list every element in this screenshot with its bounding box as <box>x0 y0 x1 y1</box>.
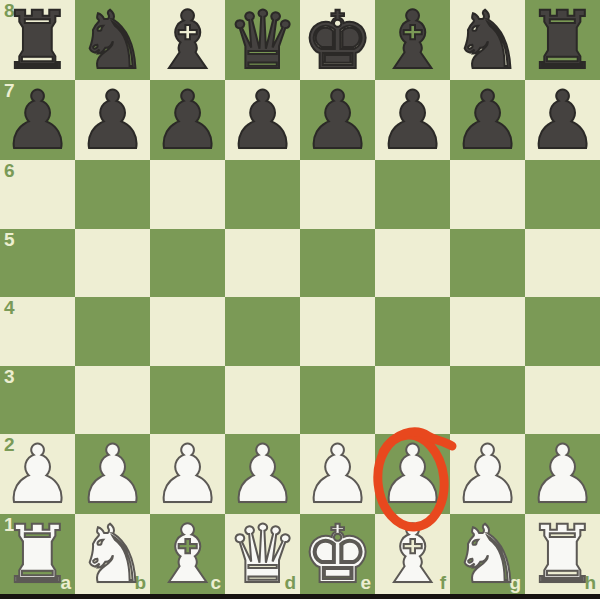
square-b6[interactable] <box>75 160 150 229</box>
square-g3[interactable] <box>450 366 525 435</box>
square-a2[interactable]: 2♟ <box>0 434 75 514</box>
black-knight-b8[interactable]: ♞ <box>77 1 149 81</box>
square-a1[interactable]: 1a♜ <box>0 514 75 594</box>
square-g5[interactable] <box>450 229 525 298</box>
square-h5[interactable] <box>525 229 600 298</box>
black-bishop-f8[interactable]: ♝ <box>377 1 449 81</box>
square-a5[interactable]: 5 <box>0 229 75 298</box>
white-king-e1[interactable]: ♚ <box>302 515 374 595</box>
square-f8[interactable]: ♝ <box>375 0 450 80</box>
square-h1[interactable]: h♜ <box>525 514 600 594</box>
square-b5[interactable] <box>75 229 150 298</box>
square-b4[interactable] <box>75 297 150 366</box>
square-e4[interactable] <box>300 297 375 366</box>
square-b7[interactable]: ♟ <box>75 80 150 160</box>
square-c8[interactable]: ♝ <box>150 0 225 80</box>
square-f5[interactable] <box>375 229 450 298</box>
square-e5[interactable] <box>300 229 375 298</box>
square-h3[interactable] <box>525 366 600 435</box>
square-d5[interactable] <box>225 229 300 298</box>
square-f3[interactable] <box>375 366 450 435</box>
white-queen-d1[interactable]: ♛ <box>227 515 299 595</box>
black-pawn-g7[interactable]: ♟ <box>452 81 524 161</box>
square-c7[interactable]: ♟ <box>150 80 225 160</box>
black-queen-d8[interactable]: ♛ <box>227 1 299 81</box>
white-pawn-d2[interactable]: ♟ <box>227 435 299 515</box>
black-rook-h8[interactable]: ♜ <box>527 1 599 81</box>
bottom-bar <box>0 594 600 599</box>
square-d6[interactable] <box>225 160 300 229</box>
square-d8[interactable]: ♛ <box>225 0 300 80</box>
black-pawn-h7[interactable]: ♟ <box>527 81 599 161</box>
square-e2[interactable]: ♟ <box>300 434 375 514</box>
white-pawn-h2[interactable]: ♟ <box>527 435 599 515</box>
square-e6[interactable] <box>300 160 375 229</box>
square-c3[interactable] <box>150 366 225 435</box>
square-g2[interactable]: ♟ <box>450 434 525 514</box>
black-pawn-f7[interactable]: ♟ <box>377 81 449 161</box>
black-pawn-c7[interactable]: ♟ <box>152 81 224 161</box>
black-pawn-e7[interactable]: ♟ <box>302 81 374 161</box>
square-g8[interactable]: ♞ <box>450 0 525 80</box>
square-f2[interactable]: ♟ <box>375 434 450 514</box>
square-e8[interactable]: ♚ <box>300 0 375 80</box>
square-e7[interactable]: ♟ <box>300 80 375 160</box>
square-f4[interactable] <box>375 297 450 366</box>
black-pawn-a7[interactable]: ♟ <box>2 81 74 161</box>
square-c5[interactable] <box>150 229 225 298</box>
square-b1[interactable]: b♞ <box>75 514 150 594</box>
square-g1[interactable]: g♞ <box>450 514 525 594</box>
square-h6[interactable] <box>525 160 600 229</box>
black-king-e8[interactable]: ♚ <box>302 1 374 81</box>
square-a7[interactable]: 7♟ <box>0 80 75 160</box>
white-rook-h1[interactable]: ♜ <box>527 515 599 595</box>
square-c2[interactable]: ♟ <box>150 434 225 514</box>
rank-label-3: 3 <box>4 367 15 386</box>
square-d1[interactable]: d♛ <box>225 514 300 594</box>
white-pawn-f2[interactable]: ♟ <box>377 435 449 515</box>
square-f7[interactable]: ♟ <box>375 80 450 160</box>
square-h7[interactable]: ♟ <box>525 80 600 160</box>
square-a8[interactable]: 8♜ <box>0 0 75 80</box>
white-pawn-c2[interactable]: ♟ <box>152 435 224 515</box>
white-rook-a1[interactable]: ♜ <box>2 515 74 595</box>
white-knight-g1[interactable]: ♞ <box>452 515 524 595</box>
square-d2[interactable]: ♟ <box>225 434 300 514</box>
square-h4[interactable] <box>525 297 600 366</box>
square-b2[interactable]: ♟ <box>75 434 150 514</box>
square-e3[interactable] <box>300 366 375 435</box>
square-h2[interactable]: ♟ <box>525 434 600 514</box>
black-pawn-b7[interactable]: ♟ <box>77 81 149 161</box>
black-knight-g8[interactable]: ♞ <box>452 1 524 81</box>
square-c4[interactable] <box>150 297 225 366</box>
square-g7[interactable]: ♟ <box>450 80 525 160</box>
black-pawn-d7[interactable]: ♟ <box>227 81 299 161</box>
square-a6[interactable]: 6 <box>0 160 75 229</box>
rank-label-6: 6 <box>4 161 15 180</box>
square-f1[interactable]: f♝ <box>375 514 450 594</box>
square-e1[interactable]: e♚ <box>300 514 375 594</box>
square-f6[interactable] <box>375 160 450 229</box>
white-knight-b1[interactable]: ♞ <box>77 515 149 595</box>
chess-board: 8♜♞♝♛♚♝♞♜7♟♟♟♟♟♟♟♟65432♟♟♟♟♟♟♟♟1a♜b♞c♝d♛… <box>0 0 600 594</box>
square-c6[interactable] <box>150 160 225 229</box>
chess-app-screenshot: 8♜♞♝♛♚♝♞♜7♟♟♟♟♟♟♟♟65432♟♟♟♟♟♟♟♟1a♜b♞c♝d♛… <box>0 0 600 599</box>
square-b8[interactable]: ♞ <box>75 0 150 80</box>
square-a3[interactable]: 3 <box>0 366 75 435</box>
white-bishop-c1[interactable]: ♝ <box>152 515 224 595</box>
black-bishop-c8[interactable]: ♝ <box>152 1 224 81</box>
black-rook-a8[interactable]: ♜ <box>2 1 74 81</box>
square-b3[interactable] <box>75 366 150 435</box>
white-bishop-f1[interactable]: ♝ <box>377 515 449 595</box>
white-pawn-b2[interactable]: ♟ <box>77 435 149 515</box>
white-pawn-a2[interactable]: ♟ <box>2 435 74 515</box>
white-pawn-g2[interactable]: ♟ <box>452 435 524 515</box>
square-g4[interactable] <box>450 297 525 366</box>
square-h8[interactable]: ♜ <box>525 0 600 80</box>
white-pawn-e2[interactable]: ♟ <box>302 435 374 515</box>
square-d4[interactable] <box>225 297 300 366</box>
square-d3[interactable] <box>225 366 300 435</box>
square-a4[interactable]: 4 <box>0 297 75 366</box>
square-c1[interactable]: c♝ <box>150 514 225 594</box>
rank-label-5: 5 <box>4 230 15 249</box>
square-g6[interactable] <box>450 160 525 229</box>
square-d7[interactable]: ♟ <box>225 80 300 160</box>
rank-label-4: 4 <box>4 298 15 317</box>
